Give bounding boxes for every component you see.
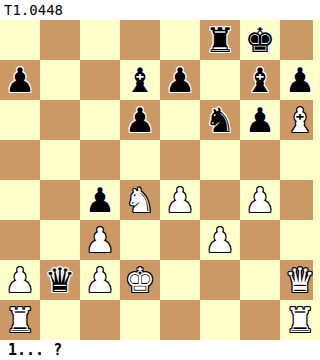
square-c6[interactable] [80, 100, 120, 140]
square-g1[interactable] [240, 300, 280, 340]
puzzle-id: T1.0448 [4, 1, 63, 19]
piece-white-pawn-c2[interactable]: ♟ [85, 263, 115, 297]
square-b2[interactable]: ♛ [40, 260, 80, 300]
square-a1[interactable]: ♜ [0, 300, 40, 340]
square-g4[interactable]: ♟ [240, 180, 280, 220]
piece-black-knight-f6[interactable]: ♞ [205, 103, 235, 137]
piece-black-pawn-c4[interactable]: ♟ [85, 183, 115, 217]
square-e7[interactable]: ♟ [160, 60, 200, 100]
piece-white-queen-h2[interactable]: ♛ [285, 263, 315, 297]
square-e3[interactable] [160, 220, 200, 260]
square-b4[interactable] [40, 180, 80, 220]
square-a3[interactable] [0, 220, 40, 260]
piece-white-pawn-c3[interactable]: ♟ [85, 223, 115, 257]
square-e8[interactable] [160, 20, 200, 60]
square-f2[interactable] [200, 260, 240, 300]
square-b6[interactable] [40, 100, 80, 140]
piece-black-pawn-d6[interactable]: ♟ [125, 103, 155, 137]
square-d3[interactable] [120, 220, 160, 260]
square-g2[interactable] [240, 260, 280, 300]
piece-white-king-d2[interactable]: ♚ [125, 263, 155, 297]
square-c1[interactable] [80, 300, 120, 340]
square-b5[interactable] [40, 140, 80, 180]
piece-white-pawn-e4[interactable]: ♟ [165, 183, 195, 217]
square-d5[interactable] [120, 140, 160, 180]
square-e4[interactable]: ♟ [160, 180, 200, 220]
square-g3[interactable] [240, 220, 280, 260]
square-b3[interactable] [40, 220, 80, 260]
square-a4[interactable] [0, 180, 40, 220]
square-c8[interactable] [80, 20, 120, 60]
square-f3[interactable]: ♟ [200, 220, 240, 260]
square-a8[interactable] [0, 20, 40, 60]
square-a5[interactable] [0, 140, 40, 180]
square-f1[interactable] [200, 300, 240, 340]
square-f5[interactable] [200, 140, 240, 180]
piece-black-pawn-h7[interactable]: ♟ [285, 63, 315, 97]
square-g5[interactable] [240, 140, 280, 180]
piece-white-knight-d4[interactable]: ♞ [125, 183, 155, 217]
piece-black-pawn-e7[interactable]: ♟ [165, 63, 195, 97]
piece-black-pawn-g6[interactable]: ♟ [245, 103, 275, 137]
square-d4[interactable]: ♞ [120, 180, 160, 220]
piece-black-pawn-a7[interactable]: ♟ [5, 63, 35, 97]
square-a2[interactable]: ♟ [0, 260, 40, 300]
square-e5[interactable] [160, 140, 200, 180]
square-c4[interactable]: ♟ [80, 180, 120, 220]
square-f7[interactable] [200, 60, 240, 100]
piece-black-rook-f8[interactable]: ♜ [205, 23, 235, 57]
square-d2[interactable]: ♚ [120, 260, 160, 300]
square-b7[interactable] [40, 60, 80, 100]
square-a7[interactable]: ♟ [0, 60, 40, 100]
piece-black-queen-b2[interactable]: ♛ [45, 263, 75, 297]
square-c2[interactable]: ♟ [80, 260, 120, 300]
piece-white-pawn-a2[interactable]: ♟ [5, 263, 35, 297]
square-c3[interactable]: ♟ [80, 220, 120, 260]
square-d7[interactable]: ♝ [120, 60, 160, 100]
square-f8[interactable]: ♜ [200, 20, 240, 60]
puzzle-screen: T1.0448 ♜♚♟♝♟♝♟♟♞♟♝♟♞♟♟♟♟♟♛♟♚♛♜♜ 1... ? [0, 0, 320, 360]
square-a6[interactable] [0, 100, 40, 140]
board-right-margin [313, 20, 320, 340]
piece-white-rook-a1[interactable]: ♜ [5, 303, 35, 337]
square-b8[interactable] [40, 20, 80, 60]
square-d1[interactable] [120, 300, 160, 340]
piece-white-pawn-g4[interactable]: ♟ [245, 183, 275, 217]
piece-black-bishop-g7[interactable]: ♝ [245, 63, 275, 97]
piece-black-king-g8[interactable]: ♚ [245, 23, 275, 57]
square-e2[interactable] [160, 260, 200, 300]
chess-board: ♜♚♟♝♟♝♟♟♞♟♝♟♞♟♟♟♟♟♛♟♚♛♜♜ [0, 20, 320, 340]
piece-white-rook-h1[interactable]: ♜ [285, 303, 315, 337]
square-f6[interactable]: ♞ [200, 100, 240, 140]
square-c7[interactable] [80, 60, 120, 100]
square-f4[interactable] [200, 180, 240, 220]
square-e6[interactable] [160, 100, 200, 140]
square-g6[interactable]: ♟ [240, 100, 280, 140]
piece-white-bishop-h6[interactable]: ♝ [285, 103, 315, 137]
piece-black-bishop-d7[interactable]: ♝ [125, 63, 155, 97]
square-g8[interactable]: ♚ [240, 20, 280, 60]
square-d6[interactable]: ♟ [120, 100, 160, 140]
move-prompt: 1... ? [8, 341, 62, 359]
square-e1[interactable] [160, 300, 200, 340]
square-b1[interactable] [40, 300, 80, 340]
square-g7[interactable]: ♝ [240, 60, 280, 100]
piece-white-pawn-f3[interactable]: ♟ [205, 223, 235, 257]
square-c5[interactable] [80, 140, 120, 180]
square-d8[interactable] [120, 20, 160, 60]
